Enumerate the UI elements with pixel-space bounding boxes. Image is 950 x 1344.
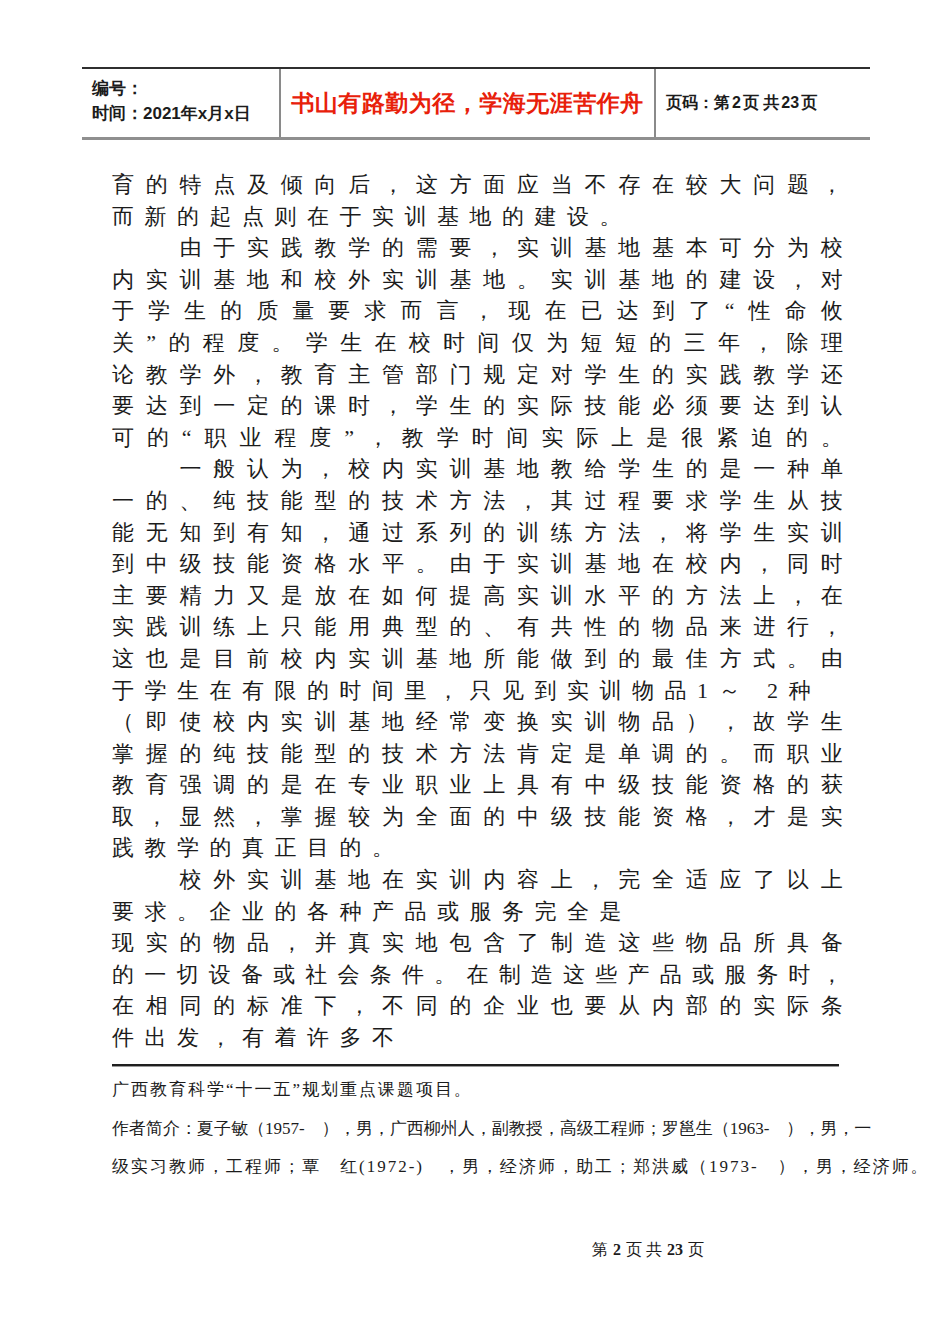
body-line: 于学生的质量要求而言，现在已达到了“性命攸 <box>112 295 843 327</box>
body-line: 要求。企业的各种产品或服务完全是 <box>112 896 843 928</box>
body-line: 由于实践教学的需要，实训基地基本可分为校 <box>112 232 843 264</box>
footnote-line: 作者简介：夏子敏（1957- ），男，广西柳州人，副教授，高级工程师；罗邕生（1… <box>112 1110 843 1149</box>
header-number-label: 编号： <box>92 76 279 101</box>
body-line: 现实的物品，并真实地包含了制造这些物品所具备 <box>112 927 843 959</box>
footnote-rule <box>112 1064 839 1067</box>
header-date-line: 时间：2021年x月x日 <box>92 101 279 126</box>
body-line: 实践训练上只能用典型的、有共性的物品来进行， <box>112 611 843 643</box>
body-line: 主要精力又是放在如何提高实训水平的方法上，在 <box>112 580 843 612</box>
header-page-mid: 页 共 <box>743 93 779 114</box>
body-line: 在相同的标准下，不同的企业也要从内部的实际条 <box>112 990 843 1022</box>
footnote-text: 广西教育科学“十一五”规划重点课题项目。作者简介：夏子敏（1957- ），男，广… <box>112 1071 843 1187</box>
header-page-suffix: 页 <box>801 93 817 114</box>
body-line: 论教学外，教育主管部门规定对学生的实践教学还 <box>112 359 843 391</box>
body-line: 到中级技能资格水平。由于实训基地在校内，同时 <box>112 548 843 580</box>
body-line: 育的特点及倾向后，这方面应当不存在较大问题， <box>112 169 843 201</box>
body-line: 掌握的纯技能型的技术方法肯定是单调的。而职业 <box>112 738 843 770</box>
body-line: 可的“职业程度”，教学时间实际上是很紧迫的。 <box>112 422 843 454</box>
body-line: 件出发，有着许多不 <box>112 1022 843 1054</box>
document-page: 编号： 时间：2021年x月x日 书山有路勤为径，学海无涯苦作舟 页码：第2页 … <box>0 0 950 1344</box>
header-page-label: 页码：第 <box>666 93 730 114</box>
body-line: 的一切设备或社会条件。在制造这些产品或服务时， <box>112 959 843 991</box>
header-page-total: 23 <box>781 94 799 112</box>
header-table: 编号： 时间：2021年x月x日 书山有路勤为径，学海无涯苦作舟 页码：第2页 … <box>82 67 870 140</box>
footer-suffix: 页 <box>688 1240 704 1261</box>
footer-page-number: 2 <box>613 1241 621 1259</box>
header-left-cell: 编号： 时间：2021年x月x日 <box>82 69 279 137</box>
footnote-line: 级实习教师，工程师；覃 红(1972-) ，男，经济师，助工；郑洪威（1973-… <box>112 1148 843 1187</box>
header-page-number: 2 <box>732 94 741 112</box>
body-line: 关”的程度。学生在校时间仅为短短的三年，除理 <box>112 327 843 359</box>
body-line: 教育强调的是在专业职业上具有中级技能资格的获 <box>112 769 843 801</box>
body-line: 一的、纯技能型的技术方法，其过程要求学生从技 <box>112 485 843 517</box>
header-slogan: 书山有路勤为径，学海无涯苦作舟 <box>281 69 654 137</box>
footer-prefix: 第 <box>592 1240 608 1261</box>
body-text: 育的特点及倾向后，这方面应当不存在较大问题，而新的起点则在于实训基地的建设。 由… <box>112 169 843 1054</box>
footnote-line: 广西教育科学“十一五”规划重点课题项目。 <box>112 1071 843 1110</box>
body-line: 校外实训基地在实训内容上，完全适应了以上 <box>112 864 843 896</box>
header-right-cell: 页码：第2页 共23页 <box>656 69 870 137</box>
body-line: 能无知到有知，通过系列的训练方法，将学生实训 <box>112 517 843 549</box>
page-footer: 第2页 共23页 <box>592 1240 704 1261</box>
body-line: 内实训基地和校外实训基地。实训基地的建设，对 <box>112 264 843 296</box>
body-line: 要达到一定的课时，学生的实际技能必须要达到认 <box>112 390 843 422</box>
body-line: 一般认为，校内实训基地教给学生的是一种单 <box>112 453 843 485</box>
body-line: 这也是目前校内实训基地所能做到的最佳方式。由 <box>112 643 843 675</box>
footer-page-total: 23 <box>667 1241 683 1259</box>
header-page-info: 页码：第2页 共23页 <box>666 93 817 114</box>
body-line: 而新的起点则在于实训基地的建设。 <box>112 201 843 233</box>
body-line: 践教学的真正目的。 <box>112 832 843 864</box>
body-line: 取，显然，掌握较为全面的中级技能资格，才是实 <box>112 801 843 833</box>
body-line: 于学生在有限的时间里，只见到实训物品1～ 2种 <box>112 675 843 707</box>
footer-mid: 页 共 <box>626 1240 662 1261</box>
body-line: （即使校内实训基地经常变换实训物品），故学生 <box>112 706 843 738</box>
